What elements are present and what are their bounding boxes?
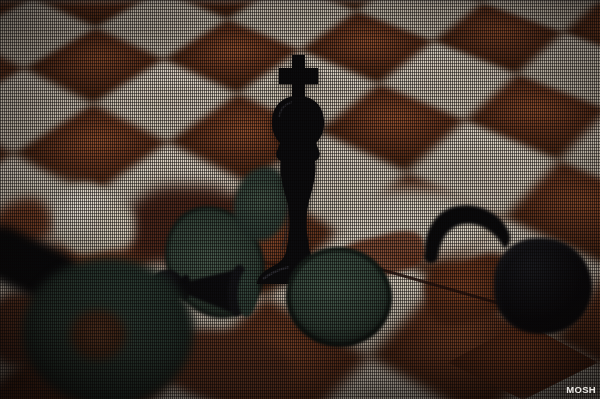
top-light-strip	[0, 0, 600, 7]
chess-photo-scene: MOSH	[0, 0, 600, 399]
watermark: MOSH	[566, 384, 596, 395]
fallen-white-pawn-body	[95, 205, 135, 250]
felt-center-hole	[70, 310, 126, 360]
king-highlight-stem	[282, 205, 287, 249]
king-cross	[279, 55, 318, 98]
pawn-body	[185, 267, 234, 312]
fallen-black-piece-right	[494, 238, 592, 334]
